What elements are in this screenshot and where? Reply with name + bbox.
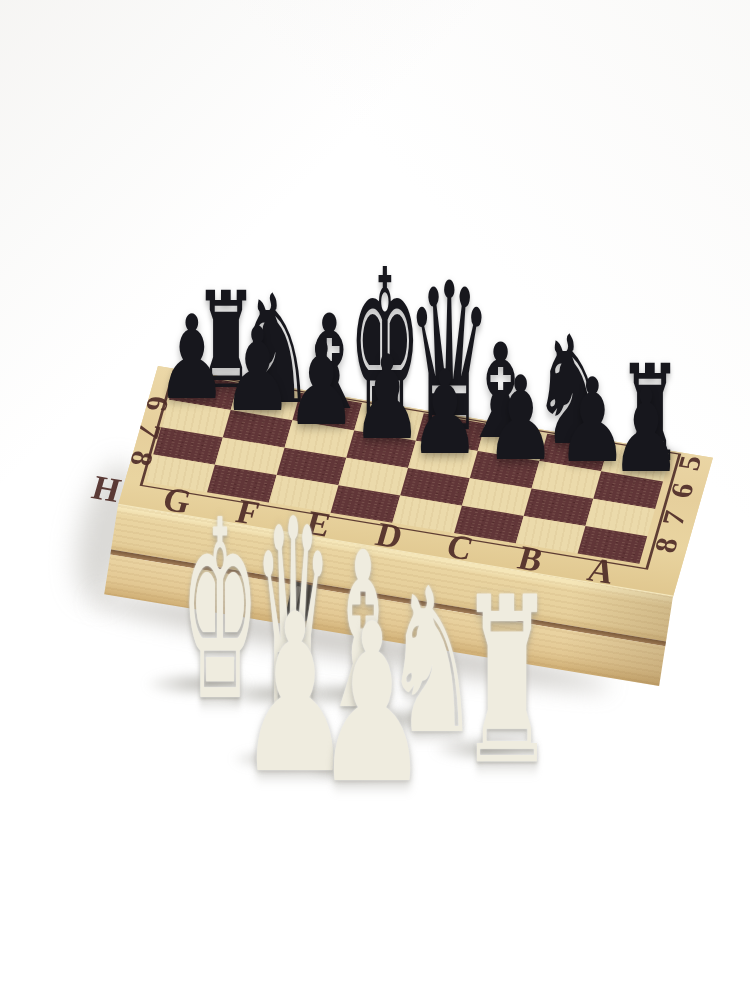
black-pawn-c6: ♟ — [485, 362, 557, 478]
piece-shadow — [191, 371, 261, 389]
black-queen-d5: ♛ — [406, 256, 492, 461]
black-rook-a5: ♜ — [618, 349, 682, 482]
white-bishop-3: ♝ — [319, 524, 406, 739]
piece-shadow — [356, 706, 464, 732]
black-pawn-h6: ♟ — [156, 301, 228, 417]
piece-shadow — [417, 439, 473, 453]
black-rook-h5: ♜ — [194, 275, 258, 408]
white-queen-2: ♛ — [254, 484, 332, 748]
piece-shadow — [564, 448, 620, 462]
black-pawn-d6: ♟ — [409, 356, 481, 472]
piece-shadow — [359, 425, 415, 439]
black-knight-b5: ♞ — [532, 317, 613, 467]
white-king-1: ♚ — [181, 488, 259, 736]
piece-shadow — [230, 397, 286, 411]
piece-shadow — [350, 400, 420, 418]
piece-shadow — [294, 392, 364, 410]
white-rook-5: ♜ — [459, 567, 555, 796]
black-king-e5: ♚ — [349, 241, 421, 452]
piece-shadow — [537, 427, 607, 445]
black-pawn-f6: ♟ — [286, 327, 358, 443]
black-pawn-e6: ♟ — [351, 341, 423, 457]
piece-shadow — [240, 385, 310, 403]
black-bishop-f5: ♝ — [289, 298, 370, 429]
chess-set-product-photo: HGFEDCBA5678678 ♜♞♝♚♛♝♞♜♟♟♟♟♟♟♟♟♚♛♝♞♜♟♟ — [0, 0, 750, 1000]
piece-shadow — [465, 420, 535, 438]
piece-shadow — [231, 749, 315, 769]
piece-shadow — [618, 458, 674, 472]
black-bishop-c5: ♝ — [460, 327, 541, 458]
piece-shadow — [493, 446, 549, 460]
black-pawn-a6: ♟ — [610, 374, 682, 490]
piece-shadow — [431, 736, 539, 762]
black-knight-g5: ♞ — [235, 276, 316, 426]
black-pawn-g6: ♟ — [222, 313, 294, 429]
piece-shadow — [164, 385, 220, 399]
piece-shadow — [144, 671, 252, 697]
white-pawn-6: ♟ — [238, 586, 352, 804]
white-knight-4: ♞ — [384, 561, 479, 761]
pieces-layer: ♜♞♝♚♛♝♞♜♟♟♟♟♟♟♟♟♚♛♝♞♜♟♟ — [0, 0, 750, 1000]
piece-shadow — [287, 681, 395, 707]
piece-shadow — [217, 681, 325, 707]
piece-shadow — [615, 445, 685, 463]
white-pawn-7: ♟ — [315, 596, 429, 814]
black-pawn-b6: ♟ — [557, 364, 629, 480]
piece-shadow — [293, 411, 349, 425]
piece-shadow — [414, 410, 484, 428]
piece-shadow — [308, 759, 392, 779]
